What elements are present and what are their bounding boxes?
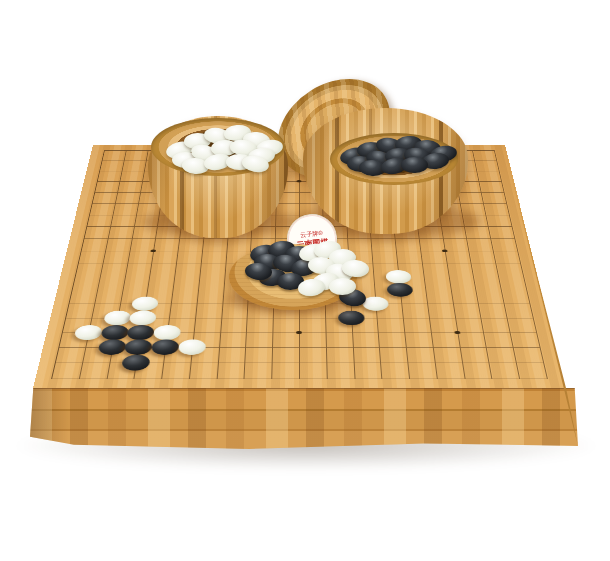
grid-cell <box>128 251 155 264</box>
grid-cell <box>463 363 493 379</box>
black-stone <box>401 157 428 173</box>
grid-cell <box>449 277 476 290</box>
grid-cell <box>378 318 406 333</box>
grid-cell <box>200 264 226 277</box>
grid-cell <box>458 333 487 348</box>
grid-cell <box>432 333 461 348</box>
black-stones-in-bowl <box>337 140 453 176</box>
grid-cell <box>118 182 143 193</box>
grid-cell <box>196 304 223 318</box>
grid-cell <box>460 348 490 363</box>
grid-cell <box>480 182 505 193</box>
grid-cell <box>428 304 456 318</box>
grid-cell <box>353 348 381 363</box>
grid-cell <box>300 348 327 363</box>
grid-cell <box>93 193 118 204</box>
grid-cell <box>487 348 517 363</box>
grid-cell <box>300 363 328 379</box>
grid-cell <box>456 318 485 333</box>
grid-cell <box>451 290 479 304</box>
grid-cell <box>272 363 300 379</box>
grid-cell <box>475 161 499 171</box>
grid-cell <box>353 333 381 348</box>
grid-cell <box>247 318 274 333</box>
grid-cell <box>199 277 225 290</box>
grid-cell <box>479 304 508 318</box>
grid-cell <box>245 363 273 379</box>
stone-plate <box>229 244 357 310</box>
grid-cell <box>69 290 97 304</box>
grid-cell <box>56 348 86 363</box>
grid-cell <box>354 363 382 379</box>
star-point <box>454 331 460 334</box>
board-front-face <box>30 388 578 449</box>
grid-cell <box>111 215 137 227</box>
grid-cell <box>397 251 423 264</box>
grid-cell <box>470 251 497 264</box>
grid-cell <box>445 251 472 264</box>
grid-cell <box>108 227 134 239</box>
grid-cell <box>372 239 397 251</box>
grid-cell <box>148 277 175 290</box>
grid-cell <box>484 204 510 215</box>
grid-cell <box>124 151 148 161</box>
grid-cell <box>190 363 219 379</box>
grid-cell <box>202 251 228 264</box>
grid-cell <box>170 304 197 318</box>
grid-cell <box>327 348 355 363</box>
grid-cell <box>123 277 150 290</box>
grid-cell <box>447 264 474 277</box>
grid-cell <box>106 239 132 251</box>
grid-cell <box>273 333 300 348</box>
grid-cell <box>404 318 432 333</box>
grid-cell <box>454 304 482 318</box>
grid-cell <box>491 239 518 251</box>
grid-cell <box>273 348 300 363</box>
grid-cell <box>95 182 120 193</box>
grid-cell <box>486 215 512 227</box>
grid-cell <box>477 171 502 182</box>
grid-cell <box>407 348 436 363</box>
grid-cell <box>52 363 83 379</box>
grid-cell <box>102 151 126 161</box>
grid-cell <box>217 363 245 379</box>
grid-cell <box>219 348 247 363</box>
grid-cell <box>73 277 101 290</box>
grid-cell <box>482 318 511 333</box>
grid-cell <box>82 239 109 251</box>
grid-cell <box>174 277 201 290</box>
grid-cell <box>473 151 497 161</box>
grid-cell <box>484 333 513 348</box>
scene: 云子牌® 云南围棋 <box>0 0 610 561</box>
grid-cell <box>409 363 438 379</box>
grid-cell <box>197 290 224 304</box>
grid-cell <box>80 363 110 379</box>
grid-cell <box>434 348 463 363</box>
grid-cell <box>76 264 104 277</box>
grid-cell <box>179 239 205 251</box>
grid-cell <box>490 363 520 379</box>
grid-cell <box>175 264 201 277</box>
grid-cell <box>116 193 141 204</box>
grid-cell <box>221 318 248 333</box>
white-stones-in-bowl <box>164 128 276 172</box>
grid-cell <box>348 239 373 251</box>
grid-cell <box>95 290 123 304</box>
grid-cell <box>103 251 130 264</box>
grid-cell <box>162 363 191 379</box>
grid-cell <box>172 290 199 304</box>
grid-cell <box>195 318 222 333</box>
black-stone-bowl <box>303 108 468 234</box>
grid-cell <box>505 304 534 318</box>
grid-cell <box>98 171 123 182</box>
grid-cell <box>472 264 499 277</box>
grid-cell <box>101 264 128 277</box>
grid-cell <box>220 333 248 348</box>
white-stone-bowl <box>148 116 288 238</box>
black-stone <box>338 311 365 325</box>
grid-cell <box>152 251 178 264</box>
grid-cell <box>98 277 126 290</box>
star-point <box>296 331 302 334</box>
grid-cell <box>113 204 138 215</box>
grid-cell <box>489 227 515 239</box>
grid-cell <box>381 363 410 379</box>
grid-cell <box>246 348 274 363</box>
grid-cell <box>203 239 228 251</box>
grid-cell <box>379 333 407 348</box>
grid-cell <box>154 239 180 251</box>
grid-cell <box>125 264 152 277</box>
grid-cell <box>511 333 541 348</box>
grid-cell <box>396 239 422 251</box>
star-point <box>442 250 448 253</box>
grid-cell <box>100 161 124 171</box>
grid-cell <box>443 239 469 251</box>
grid-cell <box>426 290 453 304</box>
white-stone <box>385 270 411 283</box>
grid-cell <box>474 277 502 290</box>
grid-cell <box>66 304 95 318</box>
grid-cell <box>79 251 106 264</box>
grid-cell <box>150 264 177 277</box>
grid-cell <box>514 348 544 363</box>
grid-cell <box>87 215 113 227</box>
grid-cell <box>380 348 408 363</box>
grid-cell <box>326 333 353 348</box>
grid-cell <box>508 318 537 333</box>
grid-cell <box>300 333 327 348</box>
grid-cell <box>497 264 525 277</box>
grid-cell <box>327 363 355 379</box>
grid-cell <box>402 304 429 318</box>
grid-cell <box>90 204 116 215</box>
grid-cell <box>84 227 110 239</box>
grid-cell <box>424 277 451 290</box>
grid-cell <box>467 239 493 251</box>
grid-cell <box>120 171 144 182</box>
grid-cell <box>421 251 447 264</box>
grid-cell <box>477 290 505 304</box>
grid-cell <box>423 264 450 277</box>
grid-cell <box>246 333 273 348</box>
grid-cell <box>227 239 252 251</box>
grid-cell <box>122 161 146 171</box>
grid-cell <box>436 363 466 379</box>
grid-cell <box>482 193 507 204</box>
grid-cell <box>499 277 527 290</box>
grid-cell <box>405 333 433 348</box>
grid-cell <box>177 251 203 264</box>
grid-cell <box>348 251 373 264</box>
grid-cell <box>300 318 326 333</box>
grid-cell <box>373 251 399 264</box>
grid-cell <box>494 251 521 264</box>
grid-cell <box>502 290 530 304</box>
grid-cell <box>517 363 548 379</box>
